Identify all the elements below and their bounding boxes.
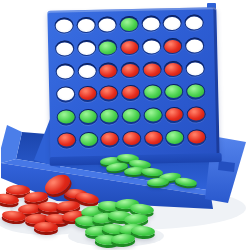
green-chip [111, 233, 136, 245]
connect-four-product-photo [0, 0, 250, 250]
green-pile [0, 0, 250, 250]
green-chip [131, 225, 156, 237]
